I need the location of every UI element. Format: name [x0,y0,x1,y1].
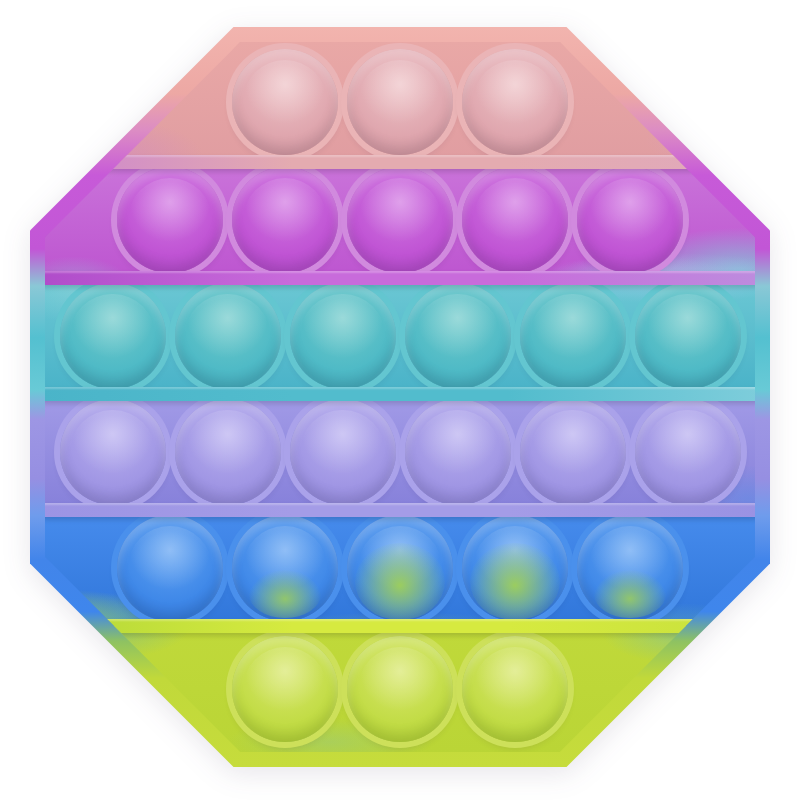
bubble-r4c6[interactable] [635,399,741,505]
bubble-r5c5[interactable] [577,515,683,621]
bubble-row-5-blue [45,510,755,626]
row-divider-3 [39,387,761,401]
bubble-r3c1[interactable] [60,283,166,389]
bubble-r1c1[interactable] [232,49,338,155]
bubble-r2c4[interactable] [462,167,568,273]
bubble-r3c4[interactable] [405,283,511,389]
bubble-r3c2[interactable] [175,283,281,389]
bubble-r3c5[interactable] [520,283,626,389]
bubble-row-2-magenta [45,162,755,278]
bubble-r3c6[interactable] [635,283,741,389]
white-background [0,0,800,800]
bubble-r4c4[interactable] [405,399,511,505]
bubble-r5c2[interactable] [232,515,338,621]
row-divider-5 [39,619,761,633]
bubble-r6c2[interactable] [347,636,453,742]
bubble-r5c4[interactable] [462,515,568,621]
bubble-r4c3[interactable] [290,399,396,505]
bubble-r2c3[interactable] [347,167,453,273]
row-divider-2 [39,271,761,285]
bubble-row-1-pink [45,42,755,162]
pop-it-board [30,27,770,767]
bubble-r3c3[interactable] [290,283,396,389]
bubble-r2c5[interactable] [577,167,683,273]
bubble-r4c5[interactable] [520,399,626,505]
bubble-r4c2[interactable] [175,399,281,505]
bubble-row-4-lavender [45,394,755,510]
bubble-r6c1[interactable] [232,636,338,742]
bubble-r5c1[interactable] [117,515,223,621]
bubble-r1c3[interactable] [462,49,568,155]
bubble-r4c1[interactable] [60,399,166,505]
bubble-r1c2[interactable] [347,49,453,155]
row-divider-4 [39,503,761,517]
board-inner [45,42,755,752]
bubble-row-6-chartreuse [45,626,755,752]
bubble-r2c2[interactable] [232,167,338,273]
row-divider-1 [39,155,761,169]
bubble-r6c3[interactable] [462,636,568,742]
bubble-r5c3[interactable] [347,515,453,621]
bubble-r2c1[interactable] [117,167,223,273]
bubble-row-3-teal [45,278,755,394]
